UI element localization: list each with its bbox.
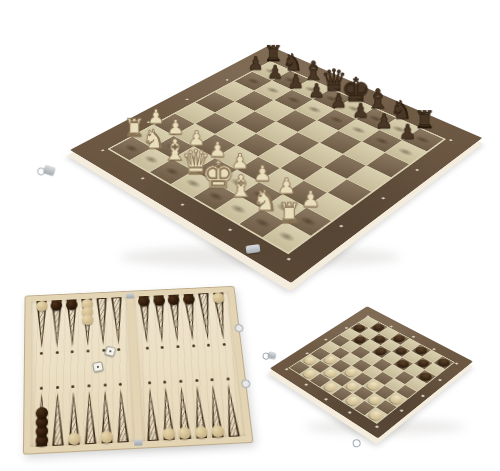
backgammon-left-half	[30, 297, 134, 447]
backgammon-point[interactable]	[49, 300, 65, 356]
point-dot	[71, 350, 74, 353]
screw-dot	[185, 98, 189, 100]
die-icon[interactable]	[104, 346, 116, 357]
backgammon-board-scene	[24, 282, 244, 450]
screw-dot	[448, 139, 452, 141]
screw-dot	[375, 426, 380, 429]
screw-dot	[101, 149, 105, 151]
screw-dot	[268, 59, 272, 61]
latch-icon	[43, 164, 56, 175]
point-dot	[210, 378, 213, 381]
point-dot	[161, 346, 164, 349]
backgammon-point[interactable]	[50, 384, 67, 446]
point-dot	[119, 383, 122, 386]
backgammon-board	[23, 286, 254, 455]
backgammon-point[interactable]	[65, 383, 82, 445]
screw-dot	[344, 327, 348, 329]
screw-dot	[324, 338, 328, 340]
backgammon-point[interactable]	[113, 381, 132, 443]
checkers-board-scene	[300, 293, 444, 437]
backgammon-point-triangle	[223, 384, 240, 437]
screw-dot	[228, 229, 233, 232]
backgammon-point[interactable]	[64, 299, 80, 355]
screw-dot	[225, 79, 229, 81]
point-dot	[117, 348, 120, 351]
point-dot	[56, 386, 59, 389]
screw-dot	[284, 368, 288, 371]
point-dot	[72, 385, 75, 388]
backgammon-point-triangle	[84, 391, 97, 445]
latch-icon	[267, 351, 276, 359]
screw-dot	[390, 325, 394, 327]
point-dot	[163, 381, 166, 384]
latch-ring-icon	[262, 352, 270, 360]
point-dot	[222, 343, 225, 346]
backgammon-point-triangle	[111, 297, 124, 345]
chess-board-scene: ♜♞♝♛♚♝♞♜♟♟♟♟♟♟♟♟♟♟♟♟♟♟♟♟♜♞♝♛♚♝♞♜	[132, 0, 424, 290]
product-photo: ♜♞♝♛♚♝♞♜♟♟♟♟♟♟♟♟♟♟♟♟♟♟♟♟♜♞♝♛♚♝♞♜	[0, 0, 500, 471]
die-icon[interactable]	[92, 361, 104, 372]
backgammon-right-half	[133, 292, 245, 441]
screw-dot	[324, 398, 328, 401]
backgammon-point-triangle	[144, 388, 159, 442]
screw-dot	[140, 177, 144, 180]
screw-dot	[315, 76, 319, 78]
screw-dot	[411, 336, 415, 338]
screw-dot	[358, 93, 362, 95]
latch-ring-icon	[352, 439, 361, 448]
point-dot	[192, 344, 195, 347]
latch-ring-icon	[234, 324, 244, 332]
point-dot	[103, 384, 106, 387]
screw-dot	[432, 348, 436, 351]
point-dot	[176, 345, 179, 348]
point-dot	[87, 384, 90, 387]
checkers-board	[270, 306, 473, 438]
point-dot	[148, 381, 151, 384]
hinge-icon	[126, 293, 134, 299]
screw-dot	[400, 409, 405, 412]
backgammon-point-triangle	[96, 298, 108, 346]
screw-dot	[381, 197, 386, 200]
point-dot	[226, 377, 229, 380]
point-dot	[195, 379, 198, 382]
backgammon-point[interactable]	[33, 384, 49, 447]
point-dot	[146, 347, 149, 350]
screw-dot	[455, 362, 459, 365]
chess-piece-white-rook[interactable]: ♜	[264, 189, 314, 239]
backgammon-point[interactable]	[109, 297, 127, 353]
screw-dot	[347, 411, 352, 414]
screw-dot	[286, 257, 291, 260]
screw-dot	[421, 394, 425, 397]
backgammon-point-triangle	[115, 389, 129, 443]
point-dot	[40, 387, 43, 390]
screw-dot	[305, 352, 309, 355]
point-dot	[40, 352, 43, 355]
screw-dot	[339, 225, 344, 228]
point-dot	[56, 351, 59, 354]
screw-dot	[416, 169, 420, 172]
backgammon-point-triangle	[52, 392, 64, 446]
chess-piece-black-pawn[interactable]: ♟	[385, 110, 429, 154]
latch-ring-icon	[241, 379, 251, 388]
screw-dot	[180, 203, 185, 206]
screw-dot	[304, 383, 308, 386]
hinge-icon	[134, 439, 143, 446]
point-dot	[87, 350, 90, 353]
backgammon-checker-light[interactable]	[81, 314, 93, 325]
point-dot	[179, 380, 182, 383]
backgammon-point[interactable]	[34, 301, 50, 357]
screw-dot	[438, 379, 442, 382]
screw-dot	[366, 315, 370, 317]
point-dot	[207, 344, 210, 347]
